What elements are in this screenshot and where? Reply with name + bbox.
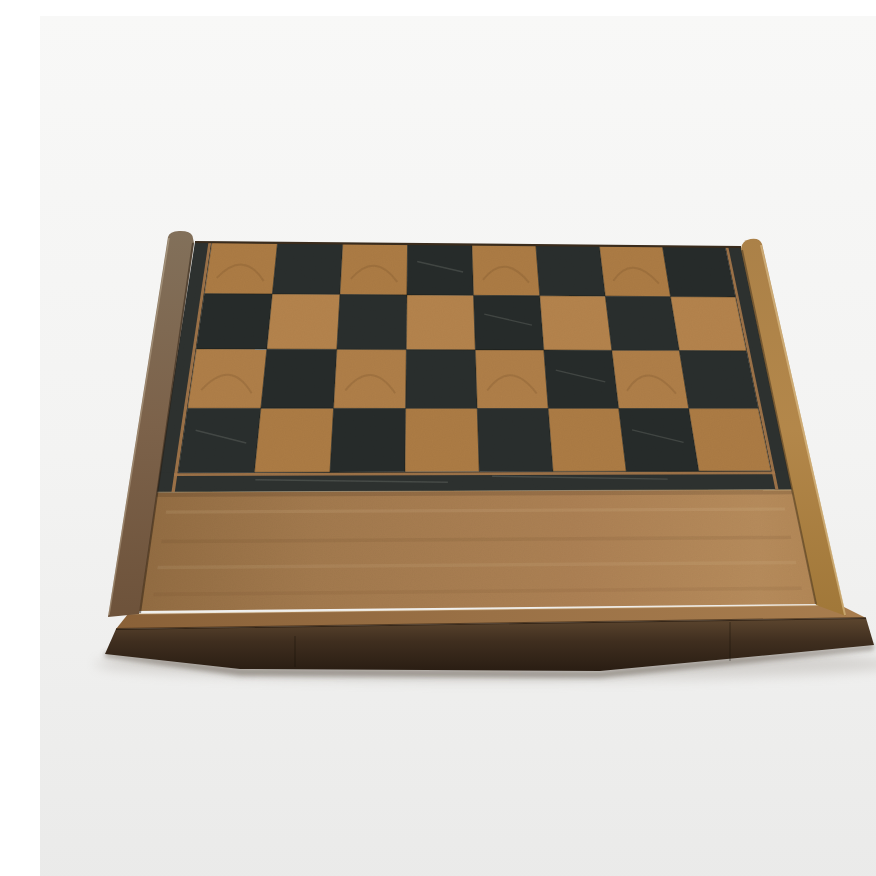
product-photo-wooden-game-box <box>40 16 876 876</box>
game-box-scene <box>40 16 876 876</box>
